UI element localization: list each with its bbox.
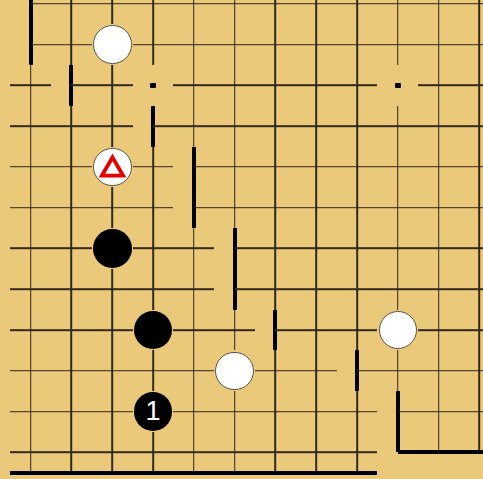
board-intersection[interactable] (214, 187, 255, 228)
board-intersection[interactable] (337, 432, 378, 473)
board-intersection[interactable] (296, 106, 337, 147)
board-intersection[interactable] (255, 147, 296, 188)
board-grid: 1 (10, 0, 483, 473)
board-intersection[interactable] (10, 147, 51, 188)
board-intersection[interactable] (337, 147, 378, 188)
board-intersection[interactable] (377, 391, 418, 432)
board-intersection[interactable] (418, 269, 459, 310)
board-intersection[interactable] (459, 432, 483, 473)
board-intersection[interactable] (10, 269, 51, 310)
black-stone-d2: 1 (134, 392, 173, 431)
board-intersection[interactable] (51, 0, 92, 24)
board-intersection[interactable] (255, 65, 296, 106)
board-intersection[interactable] (337, 269, 378, 310)
board-intersection[interactable] (418, 187, 459, 228)
board-intersection[interactable] (173, 391, 214, 432)
black-stone-d4 (134, 311, 173, 350)
move-number-label: 1 (146, 398, 161, 425)
star-point (395, 83, 401, 89)
board-intersection[interactable] (296, 65, 337, 106)
board-intersection[interactable] (418, 24, 459, 65)
board-intersection[interactable] (51, 187, 92, 228)
board-intersection[interactable] (459, 65, 483, 106)
board-intersection[interactable] (337, 187, 378, 228)
board-intersection[interactable] (459, 106, 483, 147)
board-intersection[interactable] (459, 350, 483, 391)
board-intersection[interactable] (92, 269, 133, 310)
white-stone-c11 (93, 25, 132, 64)
board-intersection[interactable] (51, 391, 92, 432)
board-intersection[interactable] (10, 310, 51, 351)
board-intersection[interactable] (459, 228, 483, 269)
board-intersection[interactable] (133, 228, 174, 269)
board-intersection[interactable] (133, 269, 174, 310)
board-intersection[interactable] (459, 0, 483, 24)
board-intersection[interactable] (173, 432, 214, 473)
board-intersection[interactable] (173, 228, 214, 269)
board-intersection[interactable] (214, 147, 255, 188)
board-intersection[interactable] (214, 269, 255, 310)
board-intersection[interactable] (255, 350, 296, 391)
board-intersection[interactable] (10, 24, 51, 65)
board-intersection[interactable] (133, 0, 174, 24)
board-intersection[interactable] (92, 432, 133, 473)
board-intersection[interactable] (51, 310, 92, 351)
board-intersection[interactable] (214, 0, 255, 24)
board-intersection[interactable] (173, 65, 214, 106)
board-intersection[interactable] (10, 432, 51, 473)
board-intersection[interactable] (255, 228, 296, 269)
board-intersection[interactable] (92, 0, 133, 24)
board-intersection[interactable] (377, 187, 418, 228)
board-intersection[interactable] (418, 432, 459, 473)
board-intersection[interactable] (133, 24, 174, 65)
board-intersection[interactable] (173, 106, 214, 147)
go-board: 1 (0, 0, 483, 479)
board-intersection[interactable] (133, 147, 174, 188)
board-intersection[interactable] (296, 228, 337, 269)
board-intersection[interactable] (296, 391, 337, 432)
board-intersection[interactable] (51, 24, 92, 65)
board-intersection[interactable] (337, 391, 378, 432)
board-intersection[interactable] (337, 310, 378, 351)
board-intersection[interactable] (337, 24, 378, 65)
board-intersection[interactable] (214, 391, 255, 432)
board-intersection[interactable] (296, 187, 337, 228)
board-intersection[interactable] (173, 269, 214, 310)
board-intersection[interactable] (10, 350, 51, 391)
board-intersection[interactable] (459, 24, 483, 65)
board-intersection[interactable] (377, 147, 418, 188)
black-stone-c6 (93, 229, 132, 268)
board-intersection[interactable] (337, 106, 378, 147)
board-intersection[interactable] (173, 187, 214, 228)
board-intersection[interactable] (173, 0, 214, 24)
board-intersection[interactable] (10, 0, 51, 24)
board-intersection[interactable] (10, 106, 51, 147)
board-intersection[interactable] (377, 228, 418, 269)
star-point (150, 83, 156, 89)
board-intersection[interactable] (173, 310, 214, 351)
board-intersection[interactable] (296, 0, 337, 24)
board-intersection[interactable] (51, 65, 92, 106)
board-intersection[interactable] (337, 350, 378, 391)
board-intersection[interactable] (92, 350, 133, 391)
board-intersection[interactable] (133, 350, 174, 391)
board-intersection[interactable] (51, 432, 92, 473)
board-intersection[interactable] (377, 0, 418, 24)
board-intersection[interactable] (92, 310, 133, 351)
board-intersection[interactable] (459, 187, 483, 228)
board-intersection[interactable] (255, 24, 296, 65)
board-intersection[interactable] (418, 228, 459, 269)
board-intersection[interactable] (296, 24, 337, 65)
board-intersection[interactable] (255, 0, 296, 24)
board-intersection[interactable] (214, 228, 255, 269)
triangle-marker-icon (99, 154, 126, 179)
board-intersection[interactable] (418, 65, 459, 106)
board-intersection[interactable] (173, 24, 214, 65)
board-intersection[interactable] (377, 350, 418, 391)
board-intersection[interactable] (377, 24, 418, 65)
board-intersection[interactable] (459, 391, 483, 432)
board-intersection[interactable] (418, 350, 459, 391)
board-intersection[interactable] (296, 432, 337, 473)
board-intersection[interactable] (10, 65, 51, 106)
board-intersection[interactable] (51, 269, 92, 310)
board-intersection[interactable] (214, 106, 255, 147)
board-intersection[interactable] (296, 310, 337, 351)
board-intersection[interactable] (255, 187, 296, 228)
board-intersection[interactable] (173, 147, 214, 188)
board-intersection[interactable] (51, 147, 92, 188)
board-intersection[interactable] (418, 106, 459, 147)
board-intersection[interactable] (296, 269, 337, 310)
board-intersection[interactable] (10, 187, 51, 228)
board-intersection[interactable] (418, 147, 459, 188)
board-intersection[interactable] (214, 65, 255, 106)
board-intersection[interactable] (10, 228, 51, 269)
board-intersection[interactable] (255, 310, 296, 351)
board-intersection[interactable] (377, 269, 418, 310)
board-intersection[interactable] (377, 106, 418, 147)
board-intersection[interactable] (51, 106, 92, 147)
board-intersection[interactable] (459, 269, 483, 310)
board-intersection[interactable] (92, 65, 133, 106)
board-intersection[interactable] (214, 24, 255, 65)
board-intersection[interactable] (92, 106, 133, 147)
white-stone-f3 (215, 352, 254, 391)
board-intersection[interactable] (337, 65, 378, 106)
board-intersection[interactable] (255, 391, 296, 432)
board-intersection[interactable] (296, 350, 337, 391)
board-intersection[interactable] (337, 0, 378, 24)
board-intersection[interactable] (459, 310, 483, 351)
board-intersection[interactable] (214, 310, 255, 351)
white-stone-c8 (93, 148, 132, 187)
board-intersection[interactable] (377, 432, 418, 473)
board-intersection[interactable] (337, 228, 378, 269)
board-intersection[interactable] (296, 147, 337, 188)
board-intersection[interactable] (92, 187, 133, 228)
board-intersection[interactable] (459, 147, 483, 188)
board-intersection[interactable] (255, 432, 296, 473)
board-intersection[interactable] (51, 350, 92, 391)
board-intersection[interactable] (214, 432, 255, 473)
board-intersection[interactable] (255, 106, 296, 147)
board-intersection[interactable] (418, 0, 459, 24)
white-stone-k4 (379, 311, 418, 350)
board-intersection[interactable] (255, 269, 296, 310)
board-intersection[interactable] (133, 187, 174, 228)
board-intersection[interactable] (10, 391, 51, 432)
board-intersection[interactable] (418, 391, 459, 432)
board-intersection[interactable] (173, 350, 214, 391)
board-intersection[interactable] (51, 228, 92, 269)
board-intersection[interactable] (133, 432, 174, 473)
board-intersection[interactable] (133, 106, 174, 147)
board-intersection[interactable] (418, 310, 459, 351)
board-intersection[interactable] (92, 391, 133, 432)
